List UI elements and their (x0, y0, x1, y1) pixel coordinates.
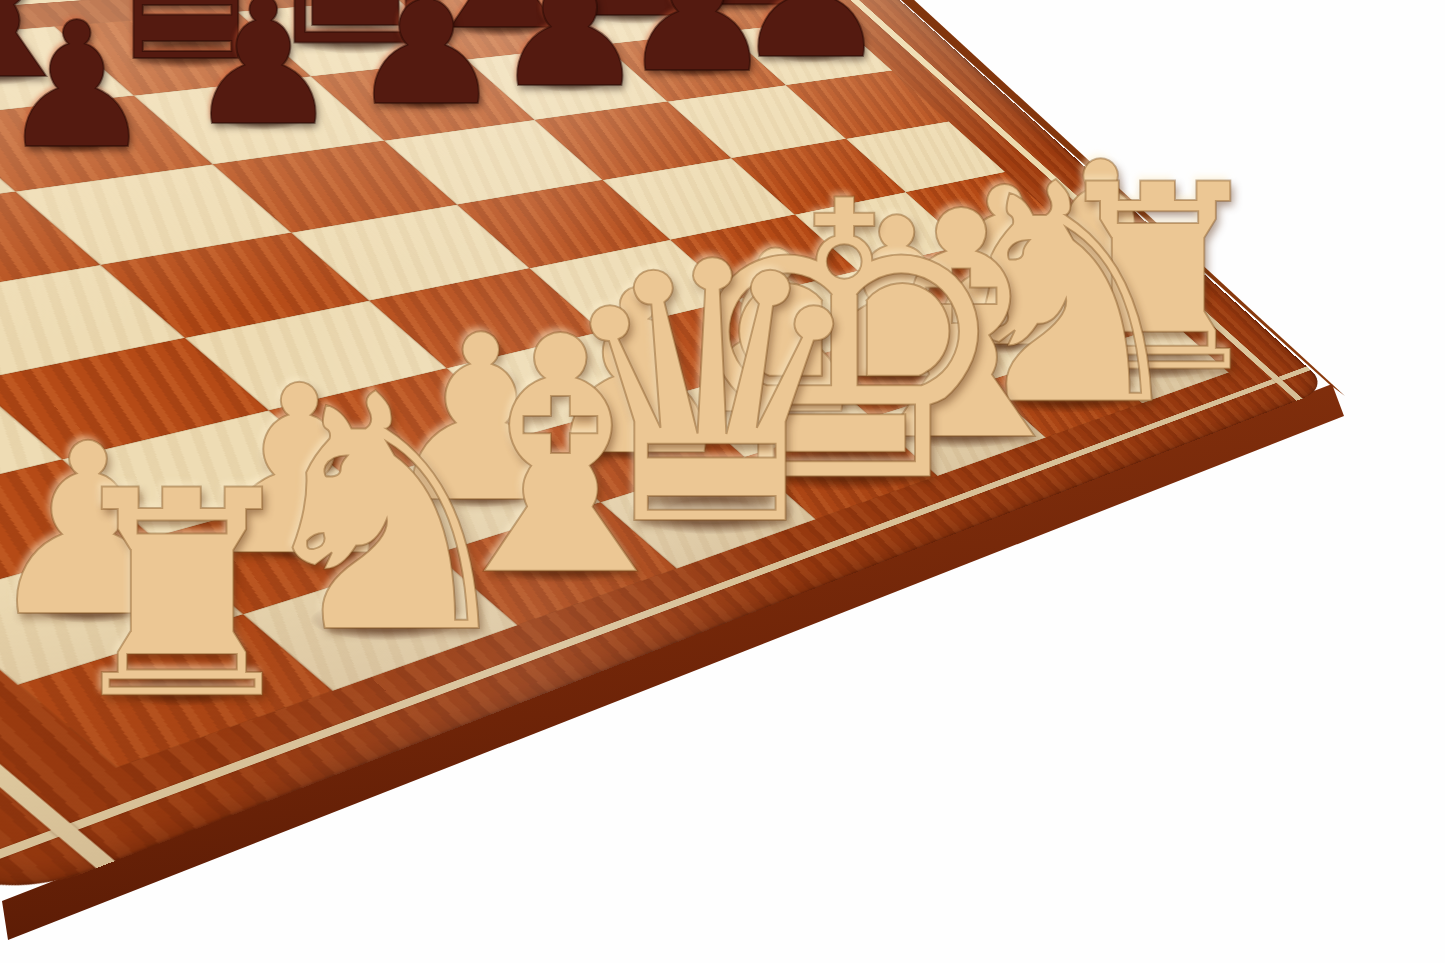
black-pawn-icon: ♟ (491, 0, 649, 113)
black-pawn-icon: ♟ (185, 0, 342, 150)
chess-set-photo: ♜♞♝♛♚♝♞♜♟♟♟♟♟♟♟♟♟♟♟♟♟♟♟♟♜♞♝♛♚♝♞♜ (0, 0, 1445, 963)
white-rook-icon: ♜ (54, 454, 309, 739)
piece-layer: ♜♞♝♛♚♝♞♜♟♟♟♟♟♟♟♟♟♟♟♟♟♟♟♟♜♞♝♛♚♝♞♜ (0, 0, 1445, 963)
black-pawn-icon: ♟ (0, 0, 155, 173)
black-pawn-icon: ♟ (348, 0, 505, 130)
